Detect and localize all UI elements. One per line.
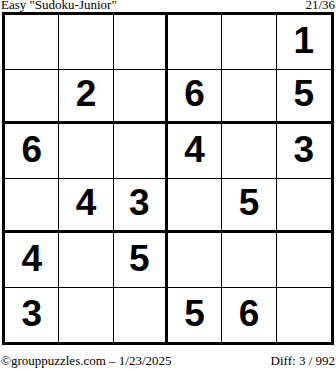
cell-r4c4[interactable] <box>168 179 222 234</box>
cell-r5c6[interactable] <box>277 233 331 288</box>
difficulty-text: Diff: 3 / 992 <box>271 353 336 368</box>
cell-r1c6[interactable]: 1 <box>277 15 331 70</box>
page-header: Easy "Sudoku-Junior" 21/36 <box>0 0 336 11</box>
cell-r6c6[interactable] <box>277 288 331 343</box>
cell-r4c2[interactable]: 4 <box>59 179 113 234</box>
cell-r6c1[interactable]: 3 <box>5 288 59 343</box>
cell-r2c6[interactable]: 5 <box>277 70 331 125</box>
cell-r4c5[interactable]: 5 <box>222 179 276 234</box>
cell-r6c4[interactable]: 5 <box>168 288 222 343</box>
copyright-text: ©grouppuzzles.com – 1/23/2025 <box>0 353 172 368</box>
cell-r5c4[interactable] <box>168 233 222 288</box>
cell-r5c3[interactable]: 5 <box>114 233 168 288</box>
sudoku-board: 1 2 6 5 6 4 3 4 3 5 4 5 3 5 6 <box>2 12 334 345</box>
cell-r3c1[interactable]: 6 <box>5 124 59 179</box>
cell-r1c3[interactable] <box>114 15 168 70</box>
cell-r1c1[interactable] <box>5 15 59 70</box>
cell-r1c5[interactable] <box>222 15 276 70</box>
cell-r6c5[interactable]: 6 <box>222 288 276 343</box>
cell-r1c4[interactable] <box>168 15 222 70</box>
cell-r2c4[interactable]: 6 <box>168 70 222 125</box>
cell-r2c5[interactable] <box>222 70 276 125</box>
cell-r4c6[interactable] <box>277 179 331 234</box>
cell-r6c2[interactable] <box>59 288 113 343</box>
cell-r4c1[interactable] <box>5 179 59 234</box>
cell-r4c3[interactable]: 3 <box>114 179 168 234</box>
cell-r5c5[interactable] <box>222 233 276 288</box>
cell-r3c5[interactable] <box>222 124 276 179</box>
puzzle-counter: 21/36 <box>305 0 336 11</box>
cell-r2c1[interactable] <box>5 70 59 125</box>
puzzle-title: Easy "Sudoku-Junior" <box>0 0 117 11</box>
cell-r3c3[interactable] <box>114 124 168 179</box>
cell-r3c6[interactable]: 3 <box>277 124 331 179</box>
cell-r5c1[interactable]: 4 <box>5 233 59 288</box>
cell-r2c3[interactable] <box>114 70 168 125</box>
cell-r3c2[interactable] <box>59 124 113 179</box>
page-footer: ©grouppuzzles.com – 1/23/2025 Diff: 3 / … <box>0 353 336 368</box>
cell-r3c4[interactable]: 4 <box>168 124 222 179</box>
cell-r2c2[interactable]: 2 <box>59 70 113 125</box>
cell-r1c2[interactable] <box>59 15 113 70</box>
cell-r6c3[interactable] <box>114 288 168 343</box>
cell-r5c2[interactable] <box>59 233 113 288</box>
